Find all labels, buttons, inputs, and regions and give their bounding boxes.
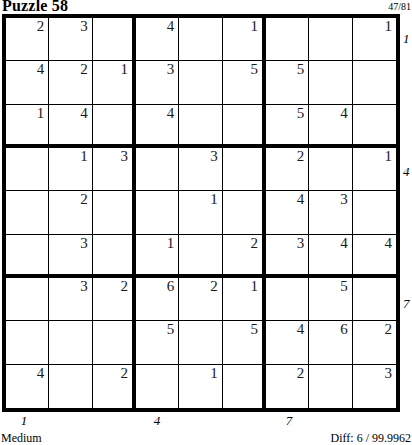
cell-r5c3[interactable] (93, 191, 136, 234)
cell-r8c4[interactable]: 5 (136, 321, 179, 364)
cell-r5c8[interactable]: 3 (309, 191, 352, 234)
cell-r2c1[interactable]: 4 (6, 61, 49, 104)
cell-r4c1[interactable] (6, 148, 49, 191)
cell-r8c5[interactable] (179, 321, 222, 364)
col-label-1: 1 (2, 413, 46, 429)
cell-r1c7[interactable] (266, 18, 309, 61)
cell-r8c6[interactable]: 5 (223, 321, 266, 364)
col-label-4: 4 (135, 413, 179, 429)
cell-r6c6[interactable]: 2 (223, 235, 266, 278)
cell-r1c9[interactable]: 1 (353, 18, 396, 61)
cell-r2c2[interactable]: 2 (49, 61, 92, 104)
cell-r4c7[interactable]: 2 (266, 148, 309, 191)
cell-r9c7[interactable]: 2 (266, 365, 309, 408)
difficulty-label: Medium (1, 431, 42, 445)
cell-r3c6[interactable] (223, 105, 266, 148)
row-label-4: 4 (403, 150, 412, 194)
cell-r6c8[interactable]: 4 (309, 235, 352, 278)
cell-r8c7[interactable]: 4 (266, 321, 309, 364)
cell-r9c1[interactable]: 4 (6, 365, 49, 408)
cell-r5c6[interactable] (223, 191, 266, 234)
cell-r7c2[interactable]: 3 (49, 278, 92, 321)
cell-r4c8[interactable] (309, 148, 352, 191)
cell-r1c2[interactable]: 3 (49, 18, 92, 61)
cell-r4c5[interactable]: 3 (179, 148, 222, 191)
cell-r7c8[interactable]: 5 (309, 278, 352, 321)
cell-r5c4[interactable] (136, 191, 179, 234)
cell-r1c3[interactable] (93, 18, 136, 61)
cell-r5c7[interactable]: 4 (266, 191, 309, 234)
cell-r5c9[interactable] (353, 191, 396, 234)
cell-r1c8[interactable] (309, 18, 352, 61)
cell-r6c1[interactable] (6, 235, 49, 278)
difficulty-stat: Diff: 6 / 99.9962 (331, 431, 411, 445)
cell-r7c5[interactable]: 2 (179, 278, 222, 321)
cell-r9c3[interactable]: 2 (93, 365, 136, 408)
cell-r1c6[interactable]: 1 (223, 18, 266, 61)
cell-r2c3[interactable]: 1 (93, 61, 136, 104)
cell-r3c8[interactable]: 4 (309, 105, 352, 148)
col-label-7: 7 (267, 413, 311, 429)
cell-r6c3[interactable] (93, 235, 136, 278)
cell-r7c9[interactable] (353, 278, 396, 321)
cell-r1c5[interactable] (179, 18, 222, 61)
cell-r2c7[interactable]: 5 (266, 61, 309, 104)
row-label-7: 7 (403, 282, 412, 326)
cell-r7c1[interactable] (6, 278, 49, 321)
cell-r8c8[interactable]: 6 (309, 321, 352, 364)
cell-r7c6[interactable]: 1 (223, 278, 266, 321)
cell-r6c5[interactable] (179, 235, 222, 278)
cell-r2c9[interactable] (353, 61, 396, 104)
cell-r4c2[interactable]: 1 (49, 148, 92, 191)
sudoku-page: Puzzle 58 47/81 234114213551445413321214… (0, 0, 412, 445)
cell-r8c2[interactable] (49, 321, 92, 364)
cell-r5c5[interactable]: 1 (179, 191, 222, 234)
cell-r3c1[interactable]: 1 (6, 105, 49, 148)
cell-r6c7[interactable]: 3 (266, 235, 309, 278)
cell-r8c9[interactable]: 2 (353, 321, 396, 364)
cell-r1c1[interactable]: 2 (6, 18, 49, 61)
cell-r9c2[interactable] (49, 365, 92, 408)
cell-r7c3[interactable]: 2 (93, 278, 136, 321)
cell-r9c5[interactable]: 1 (179, 365, 222, 408)
cell-r5c1[interactable] (6, 191, 49, 234)
cell-r4c3[interactable]: 3 (93, 148, 136, 191)
cell-r6c4[interactable]: 1 (136, 235, 179, 278)
cell-r2c4[interactable]: 3 (136, 61, 179, 104)
cell-r2c5[interactable] (179, 61, 222, 104)
cell-r9c9[interactable]: 3 (353, 365, 396, 408)
cell-r1c4[interactable]: 4 (136, 18, 179, 61)
cell-r3c7[interactable]: 5 (266, 105, 309, 148)
cell-r8c3[interactable] (93, 321, 136, 364)
cell-r3c4[interactable]: 4 (136, 105, 179, 148)
cell-r9c6[interactable] (223, 365, 266, 408)
cell-r6c2[interactable]: 3 (49, 235, 92, 278)
sudoku-board: 2341142135514454133212143312344326215554… (2, 14, 400, 412)
puzzle-title: Puzzle 58 (2, 0, 68, 15)
cell-r8c1[interactable] (6, 321, 49, 364)
cell-r9c8[interactable] (309, 365, 352, 408)
row-label-1: 1 (403, 17, 412, 61)
cell-r4c9[interactable]: 1 (353, 148, 396, 191)
cell-r5c2[interactable]: 2 (49, 191, 92, 234)
given-count: 47/81 (388, 1, 411, 12)
cell-r4c6[interactable] (223, 148, 266, 191)
cell-r7c7[interactable] (266, 278, 309, 321)
cell-r6c9[interactable]: 4 (353, 235, 396, 278)
cell-r4c4[interactable] (136, 148, 179, 191)
cell-r3c2[interactable]: 4 (49, 105, 92, 148)
cell-r2c6[interactable]: 5 (223, 61, 266, 104)
cell-r3c3[interactable] (93, 105, 136, 148)
cell-r7c4[interactable]: 6 (136, 278, 179, 321)
cell-r3c9[interactable] (353, 105, 396, 148)
cell-r2c8[interactable] (309, 61, 352, 104)
cell-r9c4[interactable] (136, 365, 179, 408)
cell-r3c5[interactable] (179, 105, 222, 148)
